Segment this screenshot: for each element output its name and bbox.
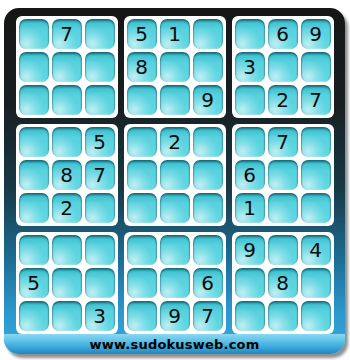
cell-r2c5[interactable] — [160, 52, 190, 82]
cell-r9c4[interactable] — [127, 301, 157, 331]
block-5: 2 — [124, 124, 226, 226]
cell-r3c5[interactable] — [160, 85, 190, 115]
cell-r6c4[interactable] — [127, 193, 157, 223]
cell-r3c6: 9 — [193, 85, 223, 115]
cell-r9c8[interactable] — [268, 301, 298, 331]
cell-r3c9: 7 — [301, 85, 331, 115]
cell-r8c9[interactable] — [301, 268, 331, 298]
block-2: 5189 — [124, 16, 226, 118]
cell-r7c2[interactable] — [52, 235, 82, 265]
cell-r4c2[interactable] — [52, 127, 82, 157]
given-digit: 6 — [276, 24, 289, 44]
given-digit: 3 — [93, 306, 106, 326]
cell-r2c9[interactable] — [301, 52, 331, 82]
block-7: 53 — [16, 232, 118, 334]
cell-r3c2[interactable] — [52, 85, 82, 115]
cell-r1c3[interactable] — [85, 19, 115, 49]
website-url[interactable]: www.sudokusweb.com — [90, 337, 260, 352]
cell-r1c9: 9 — [301, 19, 331, 49]
cell-r4c1[interactable] — [19, 127, 49, 157]
cell-r8c2[interactable] — [52, 268, 82, 298]
given-digit: 7 — [60, 24, 73, 44]
cell-r9c7[interactable] — [235, 301, 265, 331]
cell-r6c8[interactable] — [268, 193, 298, 223]
block-1: 7 — [16, 16, 118, 118]
cell-r7c8[interactable] — [268, 235, 298, 265]
cell-r5c1[interactable] — [19, 160, 49, 190]
cell-r3c8: 2 — [268, 85, 298, 115]
cell-r1c6[interactable] — [193, 19, 223, 49]
block-3: 69327 — [232, 16, 334, 118]
cell-r5c8[interactable] — [268, 160, 298, 190]
cell-r1c4: 5 — [127, 19, 157, 49]
given-digit: 9 — [201, 90, 214, 110]
cell-r7c1[interactable] — [19, 235, 49, 265]
cell-r9c5: 9 — [160, 301, 190, 331]
cell-r8c7[interactable] — [235, 268, 265, 298]
given-digit: 7 — [93, 165, 106, 185]
cell-r6c6[interactable] — [193, 193, 223, 223]
cell-r7c6[interactable] — [193, 235, 223, 265]
cell-r7c3[interactable] — [85, 235, 115, 265]
cell-r4c6[interactable] — [193, 127, 223, 157]
cell-r9c1[interactable] — [19, 301, 49, 331]
cell-r4c4[interactable] — [127, 127, 157, 157]
cell-r8c8: 8 — [268, 268, 298, 298]
cell-r2c1[interactable] — [19, 52, 49, 82]
cell-r2c2[interactable] — [52, 52, 82, 82]
cell-r9c2[interactable] — [52, 301, 82, 331]
cell-r5c3: 7 — [85, 160, 115, 190]
given-digit: 5 — [27, 273, 40, 293]
website-footer-bar: www.sudokusweb.com — [4, 334, 345, 354]
cell-r1c7[interactable] — [235, 19, 265, 49]
cell-r2c8[interactable] — [268, 52, 298, 82]
cell-r4c3: 5 — [85, 127, 115, 157]
given-digit: 1 — [243, 198, 256, 218]
cell-r4c8: 7 — [268, 127, 298, 157]
given-digit: 4 — [309, 240, 322, 260]
cell-r8c4[interactable] — [127, 268, 157, 298]
cell-r3c1[interactable] — [19, 85, 49, 115]
given-digit: 2 — [276, 90, 289, 110]
cell-r8c6: 6 — [193, 268, 223, 298]
cell-r4c5: 2 — [160, 127, 190, 157]
cell-r4c7[interactable] — [235, 127, 265, 157]
cell-r8c5[interactable] — [160, 268, 190, 298]
block-4: 5872 — [16, 124, 118, 226]
block-9: 948 — [232, 232, 334, 334]
given-digit: 1 — [168, 24, 181, 44]
given-digit: 9 — [168, 306, 181, 326]
cell-r7c5[interactable] — [160, 235, 190, 265]
cell-r6c7: 1 — [235, 193, 265, 223]
given-digit: 5 — [135, 24, 148, 44]
cell-r1c1[interactable] — [19, 19, 49, 49]
cell-r2c3[interactable] — [85, 52, 115, 82]
block-8: 697 — [124, 232, 226, 334]
given-digit: 9 — [309, 24, 322, 44]
sudoku-board-panel: 75189693275872276153697948 www.sudokuswe… — [4, 8, 345, 354]
cell-r5c9[interactable] — [301, 160, 331, 190]
cell-r1c2: 7 — [52, 19, 82, 49]
cell-r9c9[interactable] — [301, 301, 331, 331]
given-digit: 7 — [201, 306, 214, 326]
cell-r3c7[interactable] — [235, 85, 265, 115]
cell-r7c4[interactable] — [127, 235, 157, 265]
given-digit: 8 — [60, 165, 73, 185]
cell-r2c4: 8 — [127, 52, 157, 82]
cell-r1c5: 1 — [160, 19, 190, 49]
cell-r3c3[interactable] — [85, 85, 115, 115]
given-digit: 6 — [201, 273, 214, 293]
cell-r8c3[interactable] — [85, 268, 115, 298]
cell-r5c5[interactable] — [160, 160, 190, 190]
cell-r8c1: 5 — [19, 268, 49, 298]
given-digit: 2 — [60, 198, 73, 218]
cell-r9c3: 3 — [85, 301, 115, 331]
cell-r2c6[interactable] — [193, 52, 223, 82]
cell-r6c5[interactable] — [160, 193, 190, 223]
cell-r3c4[interactable] — [127, 85, 157, 115]
given-digit: 5 — [93, 132, 106, 152]
cell-r5c7: 6 — [235, 160, 265, 190]
cell-r9c6: 7 — [193, 301, 223, 331]
given-digit: 8 — [276, 273, 289, 293]
cell-r4c9[interactable] — [301, 127, 331, 157]
sudoku-grid: 75189693275872276153697948 — [16, 16, 334, 334]
cell-r6c2: 2 — [52, 193, 82, 223]
given-digit: 7 — [276, 132, 289, 152]
given-digit: 8 — [135, 57, 148, 77]
cell-r5c6[interactable] — [193, 160, 223, 190]
cell-r7c7: 9 — [235, 235, 265, 265]
given-digit: 6 — [243, 165, 256, 185]
block-6: 761 — [232, 124, 334, 226]
given-digit: 9 — [243, 240, 256, 260]
cell-r1c8: 6 — [268, 19, 298, 49]
cell-r7c9: 4 — [301, 235, 331, 265]
cell-r5c2: 8 — [52, 160, 82, 190]
cell-r6c9[interactable] — [301, 193, 331, 223]
cell-r2c7: 3 — [235, 52, 265, 82]
given-digit: 7 — [309, 90, 322, 110]
cell-r5c4[interactable] — [127, 160, 157, 190]
given-digit: 2 — [168, 132, 181, 152]
given-digit: 3 — [243, 57, 256, 77]
cell-r6c1[interactable] — [19, 193, 49, 223]
cell-r6c3[interactable] — [85, 193, 115, 223]
